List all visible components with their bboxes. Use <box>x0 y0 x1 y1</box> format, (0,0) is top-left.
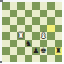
square-c2[interactable] <box>17 47 25 55</box>
square-d8[interactable] <box>25 2 33 10</box>
corner-mark-top-left <box>0 0 3 2</box>
square-d6[interactable] <box>25 17 33 25</box>
square-a7[interactable] <box>2 10 10 18</box>
square-g8[interactable] <box>47 2 55 10</box>
square-g4[interactable] <box>47 32 55 40</box>
square-e8[interactable] <box>32 2 40 10</box>
square-e2[interactable]: ♟ <box>32 47 40 55</box>
square-c8[interactable] <box>17 2 25 10</box>
square-b4[interactable] <box>10 32 18 40</box>
square-h5[interactable] <box>55 25 63 33</box>
black-king[interactable]: ♚ <box>40 47 47 55</box>
square-h8[interactable] <box>55 2 63 10</box>
square-e7[interactable] <box>32 10 40 18</box>
square-h4[interactable] <box>55 32 63 40</box>
black-rook[interactable]: ♜ <box>55 47 62 55</box>
square-a5[interactable] <box>2 25 10 33</box>
square-c7[interactable] <box>17 10 25 18</box>
square-a2[interactable] <box>2 47 10 55</box>
square-b7[interactable] <box>10 10 18 18</box>
square-d3[interactable]: ♞ <box>25 40 33 48</box>
board-margin-bottom <box>0 62 64 64</box>
square-f6[interactable] <box>40 17 48 25</box>
black-knight[interactable]: ♞ <box>25 40 32 48</box>
square-b2[interactable] <box>10 47 18 55</box>
square-g1[interactable] <box>47 55 55 63</box>
chess-board: ♜♝♞♟♚♜ <box>2 2 62 62</box>
square-b5[interactable] <box>10 25 18 33</box>
square-a6[interactable] <box>2 17 10 25</box>
board-margin-right <box>62 0 64 64</box>
square-e1[interactable] <box>32 55 40 63</box>
square-g6[interactable] <box>47 17 55 25</box>
square-c1[interactable] <box>17 55 25 63</box>
square-f7[interactable] <box>40 10 48 18</box>
square-g7[interactable] <box>47 10 55 18</box>
square-h6[interactable] <box>55 17 63 25</box>
square-h2[interactable]: ♜ <box>55 47 63 55</box>
white-rook[interactable]: ♜ <box>17 32 24 40</box>
square-b8[interactable] <box>10 2 18 10</box>
square-b6[interactable] <box>10 17 18 25</box>
black-pawn[interactable]: ♟ <box>32 47 39 55</box>
square-f1[interactable] <box>40 55 48 63</box>
square-c4[interactable]: ♜ <box>17 32 25 40</box>
square-a4[interactable] <box>2 32 10 40</box>
square-g2[interactable] <box>47 47 55 55</box>
square-e4[interactable] <box>32 32 40 40</box>
square-c3[interactable] <box>17 40 25 48</box>
white-bishop[interactable]: ♝ <box>40 32 47 40</box>
square-d7[interactable] <box>25 10 33 18</box>
square-h1[interactable] <box>55 55 63 63</box>
square-a1[interactable] <box>2 55 10 63</box>
square-a8[interactable] <box>2 2 10 10</box>
corner-mark-bottom-left <box>0 61 2 63</box>
square-g5[interactable] <box>47 25 55 33</box>
screenshot-root: ♜♝♞♟♚♜ <box>0 0 64 64</box>
square-f8[interactable] <box>40 2 48 10</box>
square-d2[interactable] <box>25 47 33 55</box>
square-b1[interactable] <box>10 55 18 63</box>
square-d1[interactable] <box>25 55 33 63</box>
square-c6[interactable] <box>17 17 25 25</box>
square-f4[interactable]: ♝ <box>40 32 48 40</box>
square-f2[interactable]: ♚ <box>40 47 48 55</box>
square-e5[interactable] <box>32 25 40 33</box>
square-e6[interactable] <box>32 17 40 25</box>
square-h7[interactable] <box>55 10 63 18</box>
square-d5[interactable] <box>25 25 33 33</box>
square-b3[interactable] <box>10 40 18 48</box>
square-a3[interactable] <box>2 40 10 48</box>
square-g3[interactable] <box>47 40 55 48</box>
